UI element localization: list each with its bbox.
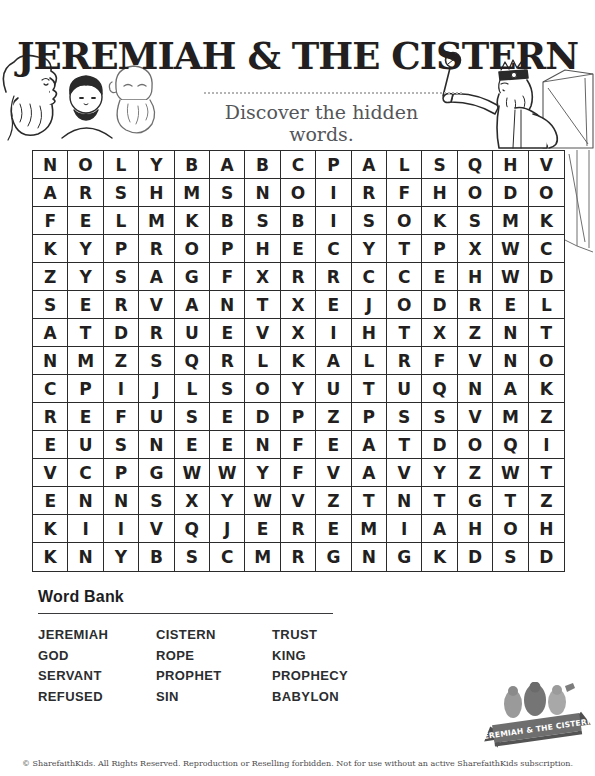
badge-ribbon: JEREMIAH & THE CISTERN [483, 710, 591, 750]
grid-cell[interactable]: H [245, 235, 280, 263]
grid-cell[interactable]: I [529, 431, 564, 459]
grid-cell[interactable]: B [139, 543, 174, 571]
grid-cell[interactable]: O [175, 235, 210, 263]
grid-cell[interactable]: N [245, 431, 280, 459]
grid-cell[interactable]: V [281, 487, 316, 515]
grid-cell[interactable]: O [458, 431, 493, 459]
page-title: JEREMIAH & THE CISTERN [0, 34, 595, 78]
word-bank-divider [38, 613, 333, 614]
grid-cell[interactable]: Y [245, 459, 280, 487]
grid-cell[interactable]: V [529, 151, 564, 179]
word-bank-item: BABYLON [272, 687, 390, 708]
grid-cell[interactable]: R [387, 347, 422, 375]
divider-dotted-line [204, 92, 462, 94]
grid-cell[interactable]: S [104, 431, 139, 459]
grid-cell[interactable]: F [281, 459, 316, 487]
grid-cell[interactable]: R [104, 291, 139, 319]
crate-side-lines [565, 150, 593, 252]
grid-cell[interactable]: I [316, 319, 351, 347]
grid-cell[interactable]: L [352, 347, 387, 375]
grid-cell[interactable]: A [422, 515, 457, 543]
grid-cell[interactable]: Z [316, 487, 351, 515]
grid-cell[interactable]: X [422, 319, 457, 347]
prophet3-beard [117, 100, 154, 133]
grid-cell[interactable]: G [387, 543, 422, 571]
grid-cell[interactable]: G [175, 263, 210, 291]
badge-characters-illustration [504, 682, 575, 718]
grid-cell[interactable]: C [281, 151, 316, 179]
grid-cell[interactable]: Q [458, 151, 493, 179]
grid-cell[interactable]: N [104, 487, 139, 515]
grid-cell[interactable]: K [281, 347, 316, 375]
word-bank-title: Word Bank [38, 588, 418, 606]
grid-cell[interactable]: R [68, 179, 103, 207]
grid-cell[interactable]: R [33, 403, 68, 431]
grid-cell[interactable]: X [458, 235, 493, 263]
grid-cell[interactable]: S [493, 543, 528, 571]
grid-cell[interactable]: W [210, 459, 245, 487]
grid-cell[interactable]: C [352, 263, 387, 291]
grid-cell[interactable]: C [33, 375, 68, 403]
grid-cell[interactable]: O [458, 179, 493, 207]
grid-cell[interactable]: K [422, 543, 457, 571]
word-search-grid: NOLYBABCPALSQHVARSHMSNOIRFHODOFELMKBSBIS… [32, 150, 565, 572]
grid-cell[interactable]: S [139, 487, 174, 515]
grid-cell[interactable]: F [422, 347, 457, 375]
grid-cell[interactable]: A [352, 151, 387, 179]
grid-cell[interactable]: M [68, 347, 103, 375]
grid-cell[interactable]: V [387, 459, 422, 487]
grid-cell[interactable]: S [245, 207, 280, 235]
grid-cell[interactable]: S [104, 179, 139, 207]
grid-cell[interactable]: V [139, 291, 174, 319]
grid-cell[interactable]: Q [175, 515, 210, 543]
grid-cell[interactable]: G [316, 543, 351, 571]
grid-cell[interactable]: T [245, 291, 280, 319]
grid-cell[interactable]: C [529, 235, 564, 263]
grid-cell[interactable]: G [139, 459, 174, 487]
grid-cell[interactable]: O [387, 207, 422, 235]
grid-cell[interactable]: P [422, 235, 457, 263]
grid-cell[interactable]: K [33, 543, 68, 571]
grid-cell[interactable]: J [210, 515, 245, 543]
grid-cell[interactable]: F [210, 263, 245, 291]
grid-cell[interactable]: M [245, 543, 280, 571]
grid-cell[interactable]: O [387, 291, 422, 319]
grid-cell[interactable]: Z [316, 403, 351, 431]
grid-cell[interactable]: N [458, 375, 493, 403]
grid-cell[interactable]: F [104, 403, 139, 431]
grid-cell[interactable]: H [529, 515, 564, 543]
grid-cell[interactable]: C [210, 543, 245, 571]
grid-cell[interactable]: N [68, 487, 103, 515]
grid-cell[interactable]: N [33, 151, 68, 179]
grid-cell[interactable]: H [493, 151, 528, 179]
grid-cell[interactable]: F [33, 207, 68, 235]
word-bank-item: JEREMIAH [38, 625, 156, 646]
grid-cell[interactable]: O [68, 151, 103, 179]
grid-cell[interactable]: F [387, 179, 422, 207]
grid-cell[interactable]: M [175, 179, 210, 207]
grid-cell[interactable]: Y [210, 487, 245, 515]
grid-cell[interactable]: Z [529, 487, 564, 515]
grid-cell[interactable]: S [104, 263, 139, 291]
grid-cell[interactable]: V [458, 347, 493, 375]
grid-cell[interactable]: U [139, 403, 174, 431]
grid-cell[interactable]: K [529, 375, 564, 403]
grid-cell[interactable]: Q [175, 347, 210, 375]
grid-cell[interactable]: I [316, 179, 351, 207]
grid-cell[interactable]: R [281, 515, 316, 543]
grid-cell[interactable]: E [210, 431, 245, 459]
grid-cell[interactable]: K [529, 207, 564, 235]
grid-cell[interactable]: M [493, 207, 528, 235]
grid-cell[interactable]: A [316, 347, 351, 375]
grid-cell[interactable]: N [387, 487, 422, 515]
grid-cell[interactable]: G [458, 487, 493, 515]
grid-cell[interactable]: W [493, 235, 528, 263]
grid-cell[interactable]: P [104, 459, 139, 487]
grid-cell[interactable]: N [68, 543, 103, 571]
word-bank-item: CISTERN [156, 625, 272, 646]
copyright-text: © SharefaithKids. All Rights Reserved. R… [0, 759, 595, 768]
grid-cell[interactable]: C [387, 263, 422, 291]
grid-cell[interactable]: N [33, 347, 68, 375]
grid-cell[interactable]: D [104, 319, 139, 347]
grid-cell[interactable]: J [352, 291, 387, 319]
word-bank: Word Bank JEREMIAHGODSERVANTREFUSEDCISTE… [38, 588, 418, 707]
grid-cell[interactable]: S [352, 207, 387, 235]
grid-cell[interactable]: Q [493, 431, 528, 459]
word-bank-item: SERVANT [38, 666, 156, 687]
grid-cell[interactable]: K [33, 515, 68, 543]
grid-cell[interactable]: X [245, 263, 280, 291]
brand-badge: JEREMIAH & THE CISTERN [483, 682, 591, 750]
grid-cell[interactable]: A [352, 459, 387, 487]
grid-cell[interactable]: I [316, 207, 351, 235]
grid-cell[interactable]: L [245, 347, 280, 375]
king-arm [451, 94, 499, 114]
word-bank-item: GOD [38, 646, 156, 667]
grid-cell[interactable]: Y [68, 235, 103, 263]
grid-cell[interactable]: S [210, 179, 245, 207]
grid-cell[interactable]: R [281, 263, 316, 291]
prophet2-nose [84, 104, 88, 105]
prophet2-shoulders [62, 128, 112, 138]
grid-cell[interactable]: R [352, 179, 387, 207]
grid-cell[interactable]: T [387, 235, 422, 263]
grid-cell[interactable]: R [139, 235, 174, 263]
grid-cell[interactable]: M [352, 515, 387, 543]
grid-cell[interactable]: E [210, 319, 245, 347]
grid-cell[interactable]: S [458, 207, 493, 235]
grid-cell[interactable]: Z [458, 319, 493, 347]
grid-cell[interactable]: B [245, 151, 280, 179]
grid-cell[interactable]: X [281, 319, 316, 347]
grid-cell[interactable]: H [139, 179, 174, 207]
grid-cell[interactable]: L [387, 151, 422, 179]
grid-cell[interactable]: Y [352, 235, 387, 263]
grid-cell[interactable]: N [352, 543, 387, 571]
grid-cell[interactable]: R [458, 291, 493, 319]
word-bank-item: KING [272, 646, 390, 667]
grid-cell[interactable]: A [210, 151, 245, 179]
grid-cell[interactable]: A [175, 291, 210, 319]
grid-cell[interactable]: S [175, 403, 210, 431]
worksheet-page: JEREMIAH & THE CISTERN Discover the hidd… [0, 0, 595, 776]
grid-cell[interactable]: E [422, 263, 457, 291]
grid-cell[interactable]: V [139, 515, 174, 543]
word-bank-item: PROPHET [156, 666, 272, 687]
grid-cell[interactable]: V [458, 403, 493, 431]
grid-cell[interactable]: M [139, 207, 174, 235]
grid-cell[interactable]: E [33, 487, 68, 515]
grid-cell[interactable]: R [139, 319, 174, 347]
grid-cell[interactable]: S [175, 543, 210, 571]
grid-cell[interactable]: N [245, 179, 280, 207]
grid-cell[interactable]: D [529, 263, 564, 291]
grid-cell[interactable]: N [139, 431, 174, 459]
grid-cell[interactable]: Y [422, 459, 457, 487]
grid-cell[interactable]: W [493, 263, 528, 291]
grid-cell[interactable]: P [68, 375, 103, 403]
grid-cell[interactable]: H [458, 263, 493, 291]
grid-cell[interactable]: B [210, 207, 245, 235]
grid-cell[interactable]: Z [33, 263, 68, 291]
grid-cell[interactable]: S [387, 403, 422, 431]
grid-cell[interactable]: U [68, 431, 103, 459]
grid-cell[interactable]: Q [422, 375, 457, 403]
grid-cell[interactable]: H [422, 179, 457, 207]
grid-cell[interactable]: E [68, 403, 103, 431]
grid-cell[interactable]: T [387, 319, 422, 347]
grid-cell[interactable]: T [529, 459, 564, 487]
grid-cell[interactable]: P [210, 235, 245, 263]
grid-cell[interactable]: D [422, 431, 457, 459]
grid-cell[interactable]: L [529, 291, 564, 319]
grid-cell[interactable]: W [175, 459, 210, 487]
grid-cell[interactable]: S [422, 403, 457, 431]
grid-cell[interactable]: Y [104, 543, 139, 571]
grid-cell[interactable]: Y [281, 375, 316, 403]
grid-cell[interactable]: S [210, 375, 245, 403]
grid-cell[interactable]: O [245, 375, 280, 403]
grid-cell[interactable]: I [68, 515, 103, 543]
grid-cell[interactable]: X [175, 487, 210, 515]
grid-cell[interactable]: U [175, 319, 210, 347]
grid-cell[interactable]: W [493, 459, 528, 487]
grid-cell[interactable]: T [422, 487, 457, 515]
grid-cell[interactable]: S [422, 151, 457, 179]
grid-cell[interactable]: I [104, 375, 139, 403]
grid-cell[interactable]: D [458, 543, 493, 571]
grid-cell[interactable]: B [175, 151, 210, 179]
grid-cell[interactable]: D [529, 543, 564, 571]
grid-cell[interactable]: P [316, 151, 351, 179]
grid-cell[interactable]: Z [104, 347, 139, 375]
grid-cell[interactable]: E [175, 431, 210, 459]
grid-cell[interactable]: E [245, 515, 280, 543]
word-bank-columns: JEREMIAHGODSERVANTREFUSEDCISTERNROPEPROP… [38, 625, 418, 707]
grid-cell[interactable]: X [281, 291, 316, 319]
grid-cell[interactable]: A [33, 319, 68, 347]
grid-cell[interactable]: S [33, 291, 68, 319]
grid-cell[interactable]: T [352, 375, 387, 403]
grid-cell[interactable]: D [422, 291, 457, 319]
crate-side-illustration [563, 150, 595, 258]
grid-cell[interactable]: C [316, 235, 351, 263]
grid-cell[interactable]: O [529, 179, 564, 207]
grid-cell[interactable]: A [352, 431, 387, 459]
grid-cell[interactable]: T [352, 487, 387, 515]
page-subtitle: Discover the hidden words. [194, 101, 449, 145]
word-bank-item: PROPHECY [272, 666, 390, 687]
grid-cell[interactable]: O [493, 515, 528, 543]
grid-cell[interactable]: J [139, 375, 174, 403]
grid-cell[interactable]: T [68, 319, 103, 347]
grid-cell[interactable]: S [139, 347, 174, 375]
grid-cell[interactable]: B [281, 207, 316, 235]
grid-cell[interactable]: Z [458, 459, 493, 487]
grid-cell[interactable]: E [210, 403, 245, 431]
grid-cell[interactable]: U [316, 375, 351, 403]
grid-cell[interactable]: V [33, 459, 68, 487]
grid-cell[interactable]: A [33, 179, 68, 207]
grid-cell[interactable]: T [387, 431, 422, 459]
grid-cell[interactable]: L [104, 207, 139, 235]
grid-cell[interactable]: Y [139, 151, 174, 179]
grid-cell[interactable]: E [316, 431, 351, 459]
grid-cell[interactable]: E [33, 431, 68, 459]
grid-cell[interactable]: E [68, 291, 103, 319]
grid-cell[interactable]: T [529, 319, 564, 347]
grid-cell[interactable]: V [316, 459, 351, 487]
word-bank-item: TRUST [272, 625, 390, 646]
grid-cell[interactable]: Z [529, 403, 564, 431]
grid-cell[interactable]: R [281, 543, 316, 571]
grid-cell[interactable]: A [139, 263, 174, 291]
word-bank-item: REFUSED [38, 687, 156, 708]
grid-cell[interactable]: A [493, 375, 528, 403]
grid-cell[interactable]: Y [68, 263, 103, 291]
grid-cell[interactable]: M [493, 403, 528, 431]
prophet1-beard [11, 98, 52, 135]
word-bank-column: CISTERNROPEPROPHETSIN [156, 625, 272, 707]
grid-cell[interactable]: K [33, 235, 68, 263]
grid-cell[interactable]: E [316, 291, 351, 319]
grid-cell[interactable]: D [493, 179, 528, 207]
grid-cell[interactable]: T [493, 487, 528, 515]
grid-cell[interactable]: W [245, 487, 280, 515]
grid-cell[interactable]: N [493, 319, 528, 347]
grid-cell[interactable]: I [104, 515, 139, 543]
grid-cell[interactable]: E [493, 291, 528, 319]
grid-cell[interactable]: R [210, 347, 245, 375]
grid-cell[interactable]: C [68, 459, 103, 487]
grid-cell[interactable]: P [281, 403, 316, 431]
grid-cell[interactable]: L [104, 151, 139, 179]
grid-cell[interactable]: E [281, 235, 316, 263]
grid-cell[interactable]: H [352, 319, 387, 347]
grid-cell[interactable]: K [422, 207, 457, 235]
grid-cell[interactable]: U [387, 375, 422, 403]
grid-cell[interactable]: P [104, 235, 139, 263]
grid-cell[interactable]: E [68, 207, 103, 235]
grid-cell[interactable]: O [281, 179, 316, 207]
grid-cell[interactable]: F [281, 431, 316, 459]
grid-cell[interactable]: R [316, 263, 351, 291]
word-bank-item: SIN [156, 687, 272, 708]
grid-cell[interactable]: E [316, 515, 351, 543]
grid-cell[interactable]: K [175, 207, 210, 235]
grid-cell[interactable]: H [458, 515, 493, 543]
grid-cell[interactable]: P [352, 403, 387, 431]
grid-cell[interactable]: L [175, 375, 210, 403]
word-bank-item: ROPE [156, 646, 272, 667]
prophet3-ear [109, 82, 116, 93]
word-bank-column: TRUSTKINGPROPHECYBABYLON [272, 625, 390, 707]
word-bank-column: JEREMIAHGODSERVANTREFUSED [38, 625, 156, 707]
grid-cell[interactable]: O [529, 347, 564, 375]
grid-cell[interactable]: N [493, 347, 528, 375]
grid-cell[interactable]: I [387, 515, 422, 543]
grid-cell[interactable]: D [245, 403, 280, 431]
grid-cell[interactable]: N [210, 291, 245, 319]
grid-cell[interactable]: V [245, 319, 280, 347]
